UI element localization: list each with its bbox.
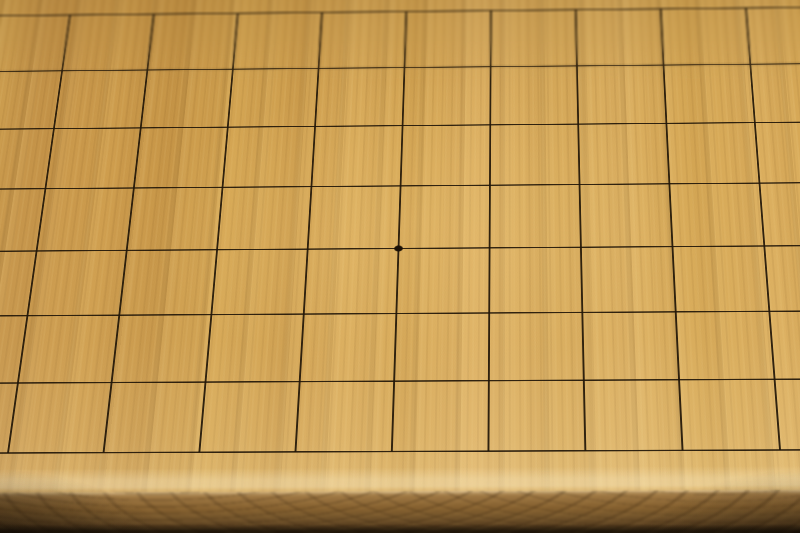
photo-vignette <box>0 0 800 533</box>
goban-photo <box>0 0 800 533</box>
